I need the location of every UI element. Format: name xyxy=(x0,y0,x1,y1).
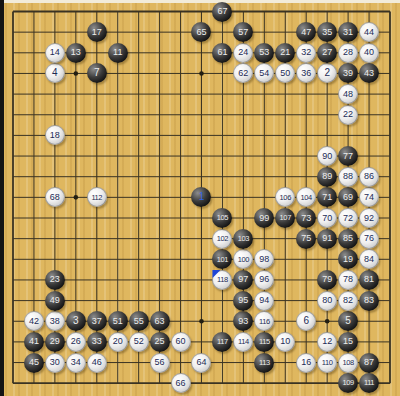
move-number: 111 xyxy=(364,379,374,387)
move-number: 15 xyxy=(343,337,353,346)
move-number: 85 xyxy=(343,234,353,243)
stone-move-25: 25 xyxy=(150,332,170,352)
move-number: 112 xyxy=(91,194,102,202)
move-number: 18 xyxy=(50,131,60,140)
kifu-viewer: 1234567101112131415161718192021222324252… xyxy=(0,0,400,396)
stone-move-77: 77 xyxy=(338,146,358,166)
move-number: 117 xyxy=(217,338,228,346)
move-number: 54 xyxy=(259,69,269,78)
move-number: 97 xyxy=(238,275,248,284)
move-number: 45 xyxy=(29,358,39,367)
move-number: 3 xyxy=(73,316,79,326)
move-number: 76 xyxy=(364,234,374,243)
move-number: 67 xyxy=(217,7,227,16)
move-number: 10 xyxy=(280,337,290,346)
move-number: 33 xyxy=(92,337,102,346)
stone-move-80: 80 xyxy=(317,291,337,311)
stone-move-102: 102 xyxy=(212,229,232,249)
move-number: 101 xyxy=(217,256,228,264)
stone-move-79: 79 xyxy=(317,270,337,290)
move-number: 66 xyxy=(176,379,186,388)
move-number: 39 xyxy=(343,69,353,78)
stone-move-75: 75 xyxy=(296,229,316,249)
stone-move-82: 82 xyxy=(338,291,358,311)
stone-move-33: 33 xyxy=(87,332,107,352)
move-number: 24 xyxy=(238,48,248,57)
move-number: 78 xyxy=(343,275,353,284)
move-number: 62 xyxy=(238,69,248,78)
stone-move-22: 22 xyxy=(338,105,358,125)
move-number: 90 xyxy=(322,152,332,161)
move-number: 31 xyxy=(343,28,353,37)
move-number: 113 xyxy=(259,359,270,367)
move-number: 28 xyxy=(343,48,353,57)
move-number: 77 xyxy=(343,152,353,161)
stone-move-64: 64 xyxy=(191,353,211,373)
move-number: 46 xyxy=(92,358,102,367)
move-number: 47 xyxy=(301,28,311,37)
move-number: 73 xyxy=(301,214,311,223)
stone-move-28: 28 xyxy=(338,43,358,63)
move-number: 1 xyxy=(199,192,205,202)
stone-move-56: 56 xyxy=(150,353,170,373)
move-number: 40 xyxy=(364,48,374,57)
move-number: 69 xyxy=(343,193,353,202)
stone-move-63: 63 xyxy=(150,311,170,331)
move-number: 79 xyxy=(322,275,332,284)
move-number: 92 xyxy=(364,214,374,223)
stone-move-52: 52 xyxy=(129,332,149,352)
move-number: 48 xyxy=(343,90,353,99)
move-number: 68 xyxy=(50,193,60,202)
move-number: 26 xyxy=(71,337,81,346)
stone-move-103: 103 xyxy=(233,229,253,249)
move-number: 35 xyxy=(322,28,332,37)
move-number: 29 xyxy=(50,337,60,346)
stone-move-87: 87 xyxy=(359,353,379,373)
move-number: 63 xyxy=(155,317,165,326)
move-number: 51 xyxy=(113,317,123,326)
stone-move-49: 49 xyxy=(45,291,65,311)
stone-move-21: 21 xyxy=(275,43,295,63)
stone-move-60: 60 xyxy=(171,332,191,352)
star-point xyxy=(325,319,330,324)
move-number: 4 xyxy=(52,68,58,78)
move-number: 21 xyxy=(280,48,290,57)
move-number: 11 xyxy=(113,48,122,57)
stone-move-13: 13 xyxy=(66,43,86,63)
move-number: 25 xyxy=(155,337,165,346)
move-number: 88 xyxy=(343,172,353,181)
move-number: 104 xyxy=(301,194,312,202)
stone-move-34: 34 xyxy=(66,353,86,373)
move-number: 71 xyxy=(322,193,332,202)
stone-move-85: 85 xyxy=(338,229,358,249)
stone-move-11: 11 xyxy=(108,43,128,63)
move-number: 81 xyxy=(364,275,374,284)
move-number: 50 xyxy=(280,69,290,78)
move-number: 23 xyxy=(50,275,60,284)
move-number: 70 xyxy=(322,214,332,223)
move-number: 17 xyxy=(92,28,102,37)
stone-move-78: 78 xyxy=(338,270,358,290)
star-point xyxy=(74,71,79,76)
move-number: 5 xyxy=(345,316,351,326)
move-number: 61 xyxy=(217,48,227,57)
stone-move-91: 91 xyxy=(317,229,337,249)
stone-move-17: 17 xyxy=(87,22,107,42)
stone-move-16: 16 xyxy=(296,353,316,373)
move-number: 114 xyxy=(238,338,249,346)
move-number: 34 xyxy=(71,358,81,367)
stone-move-23: 23 xyxy=(45,270,65,290)
stone-move-89: 89 xyxy=(317,167,337,187)
move-number: 115 xyxy=(259,338,270,346)
stone-move-38: 38 xyxy=(45,311,65,331)
stone-move-108: 108 xyxy=(338,353,358,373)
move-number: 94 xyxy=(259,296,269,305)
move-number: 30 xyxy=(50,358,60,367)
move-number: 118 xyxy=(217,276,228,284)
move-number: 108 xyxy=(342,359,353,367)
move-number: 100 xyxy=(238,256,249,264)
stone-move-41: 41 xyxy=(24,332,44,352)
move-number: 27 xyxy=(322,48,332,57)
move-number: 106 xyxy=(280,194,291,202)
stone-move-3: 3 xyxy=(66,311,86,331)
stone-move-26: 26 xyxy=(66,332,86,352)
move-number: 83 xyxy=(364,296,374,305)
stone-move-30: 30 xyxy=(45,353,65,373)
move-number: 57 xyxy=(238,28,248,37)
move-number: 74 xyxy=(364,193,374,202)
move-number: 82 xyxy=(343,296,353,305)
move-number: 86 xyxy=(364,172,374,181)
move-number: 19 xyxy=(343,255,353,264)
move-number: 49 xyxy=(50,296,60,305)
move-number: 2 xyxy=(324,68,330,78)
move-number: 53 xyxy=(259,48,269,57)
move-number: 43 xyxy=(364,69,374,78)
stone-move-51: 51 xyxy=(108,311,128,331)
move-number: 16 xyxy=(301,358,311,367)
stone-move-95: 95 xyxy=(233,291,253,311)
move-number: 56 xyxy=(155,358,165,367)
move-number: 22 xyxy=(343,110,353,119)
move-number: 116 xyxy=(259,318,270,326)
stone-move-76: 76 xyxy=(359,229,379,249)
move-number: 89 xyxy=(322,172,332,181)
stone-move-83: 83 xyxy=(359,291,379,311)
move-number: 99 xyxy=(259,214,269,223)
top-edge-highlight xyxy=(0,0,400,3)
move-number: 20 xyxy=(113,337,123,346)
move-number: 42 xyxy=(29,317,39,326)
stone-move-55: 55 xyxy=(129,311,149,331)
stone-move-88: 88 xyxy=(338,167,358,187)
move-number: 55 xyxy=(134,317,144,326)
go-board[interactable]: 1234567101112131415161718192021222324252… xyxy=(0,0,400,396)
stone-move-112: 112 xyxy=(87,187,107,207)
move-number: 6 xyxy=(303,316,309,326)
move-number: 103 xyxy=(238,235,249,243)
move-number: 105 xyxy=(217,214,228,222)
move-number: 95 xyxy=(238,296,248,305)
move-number: 93 xyxy=(238,317,248,326)
move-number: 72 xyxy=(343,214,353,223)
move-number: 52 xyxy=(134,337,144,346)
star-point xyxy=(74,195,79,200)
move-number: 44 xyxy=(364,28,374,37)
stone-move-94: 94 xyxy=(254,291,274,311)
left-edge-border xyxy=(0,0,4,396)
move-number: 110 xyxy=(322,359,333,367)
stone-move-12: 12 xyxy=(317,332,337,352)
stone-move-86: 86 xyxy=(359,167,379,187)
move-number: 87 xyxy=(364,358,374,367)
star-point xyxy=(199,319,204,324)
move-number: 60 xyxy=(176,337,186,346)
move-number: 36 xyxy=(301,69,311,78)
stone-move-113: 113 xyxy=(254,353,274,373)
move-number: 7 xyxy=(94,68,100,78)
move-number: 102 xyxy=(217,235,228,243)
stone-move-27: 27 xyxy=(317,43,337,63)
move-number: 107 xyxy=(280,214,291,222)
stone-move-66: 66 xyxy=(171,373,191,393)
stone-move-45: 45 xyxy=(24,353,44,373)
stone-move-14: 14 xyxy=(45,43,65,63)
stone-move-53: 53 xyxy=(254,43,274,63)
move-number: 12 xyxy=(322,337,332,346)
move-number: 80 xyxy=(322,296,332,305)
move-number: 109 xyxy=(342,379,353,387)
stone-move-20: 20 xyxy=(108,332,128,352)
move-number: 64 xyxy=(196,358,206,367)
stone-move-46: 46 xyxy=(87,353,107,373)
move-number: 96 xyxy=(259,275,269,284)
stone-move-81: 81 xyxy=(359,270,379,290)
move-number: 98 xyxy=(259,255,269,264)
stone-move-29: 29 xyxy=(45,332,65,352)
stone-move-15: 15 xyxy=(338,332,358,352)
move-number: 65 xyxy=(196,28,206,37)
move-number: 37 xyxy=(92,317,102,326)
move-number: 41 xyxy=(29,337,39,346)
star-point xyxy=(199,71,204,76)
move-number: 38 xyxy=(50,317,60,326)
stone-move-67: 67 xyxy=(212,2,232,22)
move-number: 84 xyxy=(364,255,374,264)
stone-move-32: 32 xyxy=(296,43,316,63)
stone-move-37: 37 xyxy=(87,311,107,331)
move-number: 75 xyxy=(301,234,311,243)
stone-move-40: 40 xyxy=(359,43,379,63)
stone-move-110: 110 xyxy=(317,353,337,373)
stone-move-72: 72 xyxy=(338,208,358,228)
move-number: 13 xyxy=(71,48,81,57)
move-number: 32 xyxy=(301,48,311,57)
move-number: 91 xyxy=(322,234,332,243)
move-number: 14 xyxy=(50,48,60,57)
stone-move-92: 92 xyxy=(359,208,379,228)
